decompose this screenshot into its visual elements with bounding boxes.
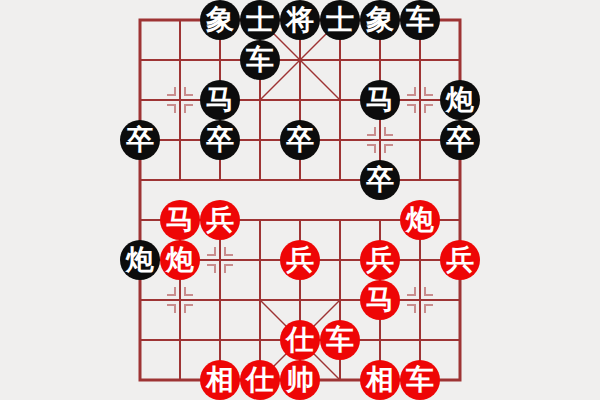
piece-black-chariot[interactable]: 车 (400, 0, 440, 40)
board-cell[interactable] (320, 80, 360, 120)
board-cell[interactable]: 炮 (400, 200, 440, 240)
piece-red-elephant[interactable]: 相 (200, 360, 240, 400)
board-cell[interactable]: 仕 (240, 360, 280, 400)
board-cell[interactable]: 卒 (440, 120, 480, 160)
board-cell[interactable] (400, 160, 440, 200)
board-cell[interactable] (200, 240, 240, 280)
board: 象士将士象车车马马炮卒卒卒卒卒马兵炮炮炮兵兵兵马仕车相仕帅相车 (120, 0, 480, 400)
board-cell[interactable]: 马 (160, 200, 200, 240)
board-cell[interactable] (120, 40, 160, 80)
board-cell[interactable]: 车 (400, 360, 440, 400)
board-cell[interactable] (240, 80, 280, 120)
board-cell[interactable] (240, 160, 280, 200)
board-cell[interactable]: 兵 (200, 200, 240, 240)
board-cell[interactable] (120, 320, 160, 360)
board-cell[interactable] (400, 80, 440, 120)
board-cell[interactable]: 炮 (440, 80, 480, 120)
piece-black-soldier[interactable]: 卒 (440, 120, 480, 160)
board-cell[interactable]: 帅 (280, 360, 320, 400)
board-cell[interactable] (360, 200, 400, 240)
piece-red-soldier[interactable]: 兵 (360, 240, 400, 280)
piece-red-cannon[interactable]: 炮 (160, 240, 200, 280)
board-cell[interactable] (400, 320, 440, 360)
piece-red-soldier[interactable]: 兵 (280, 240, 320, 280)
board-cell[interactable]: 卒 (200, 120, 240, 160)
piece-black-elephant[interactable]: 象 (200, 0, 240, 40)
board-cell[interactable]: 兵 (280, 240, 320, 280)
board-cell[interactable] (360, 120, 400, 160)
piece-black-general[interactable]: 将 (280, 0, 320, 40)
board-cell[interactable] (160, 280, 200, 320)
board-cell[interactable] (400, 40, 440, 80)
board-cell[interactable] (200, 280, 240, 320)
board-cell[interactable] (320, 280, 360, 320)
board-cell[interactable] (120, 0, 160, 40)
board-cell[interactable] (160, 120, 200, 160)
board-cell[interactable]: 仕 (280, 320, 320, 360)
board-cell[interactable]: 卒 (360, 160, 400, 200)
board-cell[interactable] (120, 80, 160, 120)
board-cell[interactable] (320, 160, 360, 200)
board-cell[interactable] (400, 240, 440, 280)
board-cell[interactable] (320, 240, 360, 280)
piece-red-soldier[interactable]: 兵 (200, 200, 240, 240)
piece-black-cannon[interactable]: 炮 (120, 240, 160, 280)
piece-red-general[interactable]: 帅 (280, 360, 320, 400)
piece-black-soldier[interactable]: 卒 (360, 160, 400, 200)
board-cell[interactable]: 将 (280, 0, 320, 40)
board-cell[interactable] (280, 80, 320, 120)
board-cell[interactable] (440, 360, 480, 400)
board-cell[interactable] (120, 360, 160, 400)
board-cell[interactable] (440, 320, 480, 360)
board-cell[interactable]: 相 (360, 360, 400, 400)
board-cell[interactable] (280, 280, 320, 320)
piece-black-soldier[interactable]: 卒 (120, 120, 160, 160)
board-cell[interactable] (320, 360, 360, 400)
board-cell[interactable] (120, 200, 160, 240)
piece-black-advisor[interactable]: 士 (320, 0, 360, 40)
board-cell[interactable] (160, 160, 200, 200)
board-cell[interactable]: 车 (240, 40, 280, 80)
piece-black-cannon[interactable]: 炮 (440, 80, 480, 120)
board-cell[interactable] (160, 360, 200, 400)
board-cell[interactable] (440, 0, 480, 40)
board-cell[interactable]: 士 (240, 0, 280, 40)
board-cell[interactable]: 卒 (280, 120, 320, 160)
piece-black-horse[interactable]: 马 (200, 80, 240, 120)
board-cell[interactable] (440, 40, 480, 80)
board-cell[interactable] (320, 120, 360, 160)
board-cell[interactable] (320, 200, 360, 240)
board-cell[interactable] (160, 80, 200, 120)
board-cell[interactable] (280, 40, 320, 80)
board-cell[interactable] (200, 320, 240, 360)
piece-red-horse[interactable]: 马 (160, 200, 200, 240)
piece-red-chariot[interactable]: 车 (400, 360, 440, 400)
piece-black-soldier[interactable]: 卒 (200, 120, 240, 160)
board-cell[interactable] (240, 280, 280, 320)
board-cell[interactable] (240, 240, 280, 280)
board-cell[interactable]: 车 (320, 320, 360, 360)
board-cell[interactable] (240, 200, 280, 240)
board-cell[interactable] (440, 200, 480, 240)
piece-black-elephant[interactable]: 象 (360, 0, 400, 40)
board-cell[interactable] (360, 40, 400, 80)
board-cell[interactable]: 兵 (440, 240, 480, 280)
piece-red-advisor[interactable]: 仕 (280, 320, 320, 360)
board-cell[interactable] (160, 0, 200, 40)
board-cell[interactable] (200, 160, 240, 200)
board-cell[interactable] (240, 320, 280, 360)
board-cell[interactable]: 炮 (120, 240, 160, 280)
board-cell[interactable] (120, 280, 160, 320)
piece-red-soldier[interactable]: 兵 (440, 240, 480, 280)
board-cell[interactable]: 马 (200, 80, 240, 120)
board-cell[interactable] (280, 200, 320, 240)
board-cell[interactable]: 士 (320, 0, 360, 40)
piece-red-advisor[interactable]: 仕 (240, 360, 280, 400)
board-cell[interactable] (240, 120, 280, 160)
board-cell[interactable] (280, 160, 320, 200)
board-cell[interactable] (320, 40, 360, 80)
xiangqi-board-screen: 象士将士象车车马马炮卒卒卒卒卒马兵炮炮炮兵兵兵马仕车相仕帅相车 (0, 0, 600, 400)
board-cell[interactable]: 象 (200, 0, 240, 40)
board-cell[interactable] (120, 160, 160, 200)
board-cell[interactable] (200, 40, 240, 80)
piece-black-advisor[interactable]: 士 (240, 0, 280, 40)
board-cell[interactable] (160, 40, 200, 80)
board-cell[interactable]: 兵 (360, 240, 400, 280)
board-cell[interactable]: 卒 (120, 120, 160, 160)
board-cell[interactable] (160, 320, 200, 360)
board-cell[interactable] (400, 280, 440, 320)
piece-black-soldier[interactable]: 卒 (280, 120, 320, 160)
board-cell[interactable]: 象 (360, 0, 400, 40)
piece-black-chariot[interactable]: 车 (240, 40, 280, 80)
board-cell[interactable] (360, 320, 400, 360)
board-cell[interactable]: 炮 (160, 240, 200, 280)
board-cell[interactable] (440, 160, 480, 200)
piece-red-cannon[interactable]: 炮 (400, 200, 440, 240)
board-cell[interactable] (440, 280, 480, 320)
piece-black-horse[interactable]: 马 (360, 80, 400, 120)
board-cell[interactable]: 马 (360, 280, 400, 320)
board-cell[interactable]: 相 (200, 360, 240, 400)
piece-red-chariot[interactable]: 车 (320, 320, 360, 360)
piece-red-elephant[interactable]: 相 (360, 360, 400, 400)
board-cell[interactable] (400, 120, 440, 160)
piece-red-horse[interactable]: 马 (360, 280, 400, 320)
board-cell[interactable]: 马 (360, 80, 400, 120)
board-cell[interactable]: 车 (400, 0, 440, 40)
